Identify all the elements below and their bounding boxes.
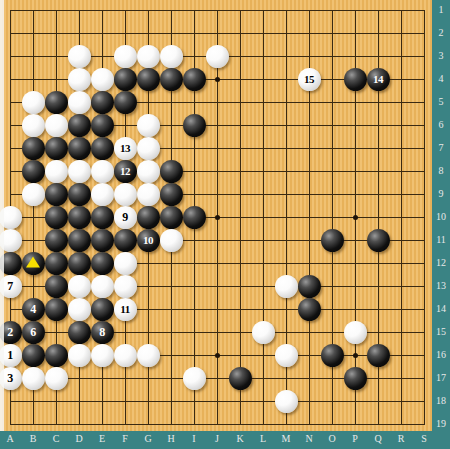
row-label: 19 (436, 419, 446, 429)
stone-white[interactable] (68, 45, 91, 68)
stone-white[interactable] (68, 160, 91, 183)
stone-black[interactable] (137, 206, 160, 229)
column-label: I (192, 434, 195, 444)
move-number: 6 (30, 326, 36, 338)
stone-black[interactable] (229, 367, 252, 390)
stone-white[interactable]: 11 (114, 298, 137, 321)
move-number: 8 (99, 326, 105, 338)
stone-white[interactable] (160, 229, 183, 252)
column-label: F (122, 434, 128, 444)
stone-white[interactable]: 15 (298, 68, 321, 91)
column-label: S (421, 434, 427, 444)
column-label: C (53, 434, 60, 444)
stone-white[interactable] (114, 45, 137, 68)
triangle-marker (26, 257, 40, 268)
row-label: 7 (439, 143, 444, 153)
stone-white[interactable] (206, 45, 229, 68)
stone-black[interactable] (68, 183, 91, 206)
move-number: 11 (120, 304, 129, 315)
stone-white[interactable] (22, 183, 45, 206)
stone-black[interactable] (22, 252, 45, 275)
row-label: 14 (436, 304, 446, 314)
move-number: 14 (373, 74, 383, 85)
go-board[interactable]: 15141312910741126813 (0, 0, 432, 431)
row-label: 1 (439, 5, 444, 15)
move-number: 4 (30, 303, 36, 315)
stone-black[interactable] (160, 160, 183, 183)
stone-black[interactable] (321, 229, 344, 252)
row-label: 10 (436, 212, 446, 222)
stone-black[interactable] (367, 229, 390, 252)
stone-black[interactable] (91, 252, 114, 275)
column-label: B (30, 434, 37, 444)
stone-white[interactable] (114, 252, 137, 275)
stone-white[interactable] (114, 344, 137, 367)
move-number: 2 (7, 326, 13, 338)
move-number: 12 (120, 166, 130, 177)
stone-black[interactable] (45, 298, 68, 321)
stone-white[interactable]: 13 (114, 137, 137, 160)
column-label: M (282, 434, 291, 444)
stone-white[interactable] (275, 275, 298, 298)
stone-white[interactable] (137, 114, 160, 137)
stone-black[interactable] (160, 68, 183, 91)
stone-white[interactable] (91, 183, 114, 206)
stone-black[interactable] (45, 229, 68, 252)
stone-white[interactable]: 9 (114, 206, 137, 229)
row-label: 5 (439, 97, 444, 107)
stone-black[interactable] (183, 206, 206, 229)
stone-white[interactable] (91, 68, 114, 91)
column-label: J (215, 434, 219, 444)
stone-black[interactable] (114, 229, 137, 252)
stone-black[interactable] (68, 229, 91, 252)
column-label: A (6, 434, 13, 444)
stone-black[interactable] (22, 137, 45, 160)
stone-white[interactable] (22, 367, 45, 390)
star-point (353, 353, 358, 358)
column-label: E (99, 434, 105, 444)
column-label: P (352, 434, 358, 444)
column-label: R (398, 434, 405, 444)
stone-black[interactable]: 4 (22, 298, 45, 321)
column-label: K (236, 434, 243, 444)
stone-white[interactable] (91, 275, 114, 298)
stone-white[interactable] (137, 160, 160, 183)
move-number: 15 (304, 74, 314, 85)
column-label: G (144, 434, 151, 444)
move-number: 9 (122, 211, 128, 223)
stone-white[interactable] (68, 298, 91, 321)
stone-white[interactable] (183, 367, 206, 390)
column-label: D (75, 434, 82, 444)
stone-black[interactable] (68, 252, 91, 275)
row-label: 12 (436, 258, 446, 268)
stone-black[interactable] (22, 160, 45, 183)
stone-black[interactable] (68, 321, 91, 344)
move-number: 10 (143, 235, 153, 246)
stone-black[interactable] (114, 68, 137, 91)
column-label: L (260, 434, 266, 444)
row-label: 6 (439, 120, 444, 130)
stone-white[interactable] (137, 183, 160, 206)
stone-black[interactable] (45, 275, 68, 298)
stone-black[interactable]: 14 (367, 68, 390, 91)
stone-white[interactable] (275, 390, 298, 413)
stone-white[interactable] (91, 344, 114, 367)
stone-black[interactable] (22, 344, 45, 367)
stone-black[interactable] (45, 206, 68, 229)
stone-white[interactable] (137, 344, 160, 367)
stone-black[interactable] (45, 183, 68, 206)
stone-black[interactable] (344, 367, 367, 390)
move-number: 13 (120, 143, 130, 154)
stone-black[interactable] (183, 68, 206, 91)
row-label: 11 (436, 235, 446, 245)
stone-white[interactable] (344, 321, 367, 344)
star-point (215, 353, 220, 358)
stone-white[interactable] (45, 367, 68, 390)
stone-black[interactable] (91, 137, 114, 160)
stone-black[interactable]: 8 (91, 321, 114, 344)
move-number: 1 (7, 349, 13, 361)
stone-white[interactable] (137, 45, 160, 68)
stone-black[interactable] (321, 344, 344, 367)
stone-black[interactable] (45, 137, 68, 160)
stone-white[interactable] (114, 183, 137, 206)
stone-black[interactable] (68, 206, 91, 229)
stone-white[interactable] (160, 45, 183, 68)
stone-white[interactable] (91, 160, 114, 183)
stone-black[interactable] (298, 275, 321, 298)
stone-black[interactable] (367, 344, 390, 367)
grid-line (424, 10, 425, 425)
column-label: Q (374, 434, 381, 444)
stone-white[interactable] (22, 91, 45, 114)
stone-black[interactable] (160, 183, 183, 206)
star-point (215, 215, 220, 220)
stone-black[interactable]: 10 (137, 229, 160, 252)
stone-white[interactable] (114, 275, 137, 298)
row-label: 18 (436, 396, 446, 406)
stone-white[interactable] (137, 137, 160, 160)
row-label: 16 (436, 350, 446, 360)
stone-black[interactable] (344, 68, 367, 91)
row-label: 3 (439, 51, 444, 61)
stone-black[interactable] (91, 206, 114, 229)
stone-white[interactable] (45, 114, 68, 137)
row-label: 9 (439, 189, 444, 199)
star-point (215, 77, 220, 82)
stone-white[interactable] (252, 321, 275, 344)
row-label: 17 (436, 373, 446, 383)
stone-white[interactable] (68, 91, 91, 114)
stone-black[interactable] (91, 91, 114, 114)
stone-white[interactable] (22, 114, 45, 137)
stone-black[interactable] (91, 229, 114, 252)
column-label: O (328, 434, 335, 444)
stone-white[interactable] (68, 344, 91, 367)
row-label: 13 (436, 281, 446, 291)
star-point (353, 215, 358, 220)
move-number: 3 (7, 372, 13, 384)
column-label-strip (0, 431, 450, 449)
stone-white[interactable] (68, 275, 91, 298)
grid-line (263, 10, 264, 425)
stone-black[interactable] (91, 114, 114, 137)
row-label: 15 (436, 327, 446, 337)
stone-black[interactable] (45, 252, 68, 275)
stone-white[interactable] (68, 68, 91, 91)
stone-white[interactable] (45, 160, 68, 183)
stone-black[interactable] (183, 114, 206, 137)
stone-black[interactable]: 12 (114, 160, 137, 183)
grid-line (10, 424, 425, 425)
move-number: 7 (7, 280, 13, 292)
stone-black[interactable] (137, 68, 160, 91)
window-edge (0, 0, 4, 431)
column-label: H (167, 434, 174, 444)
go-board-screenshot: 15141312910741126813 ABCDEFGHIJKLMNOPQRS… (0, 0, 450, 449)
stone-black[interactable] (298, 298, 321, 321)
stone-black[interactable] (91, 298, 114, 321)
stone-black[interactable] (68, 114, 91, 137)
stone-black[interactable] (45, 91, 68, 114)
stone-black[interactable] (68, 137, 91, 160)
column-label: N (305, 434, 312, 444)
stone-black[interactable] (114, 91, 137, 114)
stone-black[interactable] (160, 206, 183, 229)
row-label: 2 (439, 28, 444, 38)
stone-black[interactable] (45, 344, 68, 367)
row-label: 4 (439, 74, 444, 84)
stone-black[interactable]: 6 (22, 321, 45, 344)
row-label: 8 (439, 166, 444, 176)
stone-white[interactable] (275, 344, 298, 367)
grid-line (240, 10, 241, 425)
grid-line (10, 401, 425, 402)
grid-line (401, 10, 402, 425)
